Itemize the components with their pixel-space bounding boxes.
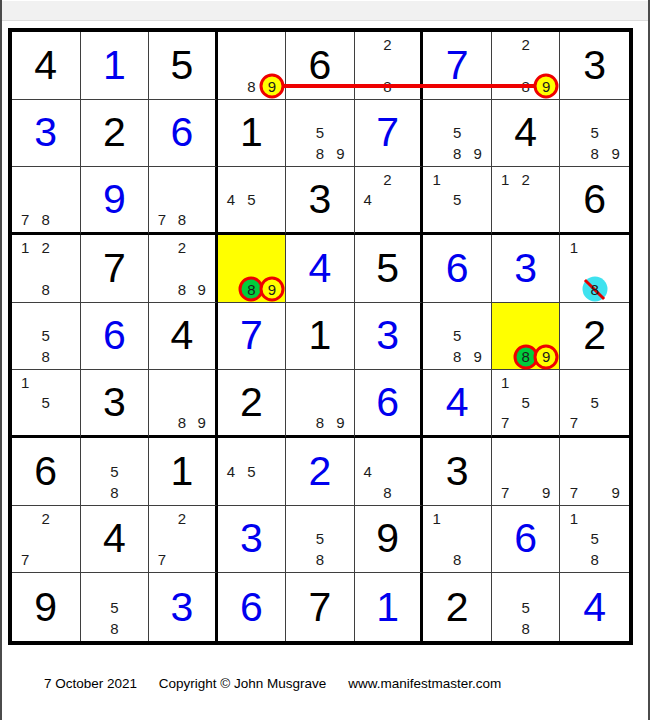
cell-r6c8[interactable]: 157 [492, 370, 561, 438]
given-digit: 4 [34, 45, 57, 86]
given-digit: 9 [34, 587, 57, 628]
candidate-digit: 9 [542, 348, 550, 365]
candidate-digit: 5 [591, 124, 599, 141]
candidate-digit: 8 [453, 348, 461, 365]
candidate-grid: 79 [495, 440, 557, 503]
candidate-digit: 9 [268, 78, 276, 95]
cell-r1c1[interactable]: 4 [12, 32, 81, 100]
cell-r4c8[interactable]: 3 [492, 235, 561, 303]
candidate-digit: 8 [42, 348, 50, 365]
candidate-8: 8 [104, 618, 125, 639]
cell-r4c3[interactable]: 289 [149, 235, 218, 303]
candidate-digit: 9 [268, 281, 276, 298]
candidate-digit: 8 [316, 414, 324, 431]
candidate-digit: 9 [336, 414, 344, 431]
candidate-digit: 5 [591, 530, 599, 547]
cell-r2c8[interactable]: 4 [492, 100, 561, 168]
cell-r6c9[interactable]: 57 [560, 370, 629, 438]
candidate-digit: 9 [473, 348, 481, 365]
solved-digit: 3 [34, 112, 57, 153]
solved-digit: 6 [103, 315, 126, 356]
solved-digit: 2 [309, 451, 332, 492]
given-digit: 6 [34, 451, 57, 492]
candidate-digit: 8 [591, 551, 599, 568]
candidate-digit: 8 [591, 281, 599, 298]
candidate-grid: 89 [495, 305, 557, 368]
given-digit: 5 [376, 248, 399, 289]
candidate-digit: 9 [473, 145, 481, 162]
cell-r8c4[interactable]: 3 [218, 506, 287, 574]
candidate-digit: 5 [316, 530, 324, 547]
candidate-9: 9 [536, 346, 557, 367]
candidate-8: 8 [310, 413, 331, 433]
solved-digit: 7 [446, 45, 469, 86]
candidate-digit: 8 [316, 551, 324, 568]
candidate-digit: 8 [591, 145, 599, 162]
candidate-7: 7 [152, 549, 172, 570]
candidate-8: 8 [584, 549, 605, 570]
candidate-digit: 8 [316, 145, 324, 162]
candidate-digit: 2 [178, 239, 186, 256]
candidate-8: 8 [310, 143, 331, 164]
solved-digit: 6 [170, 112, 193, 153]
cell-r4c7[interactable]: 6 [423, 235, 492, 303]
cell-r7c7[interactable]: 3 [423, 438, 492, 506]
candidate-digit: 2 [383, 36, 391, 53]
candidate-9: 9 [467, 143, 488, 164]
cell-r4c2[interactable]: 7 [81, 235, 150, 303]
candidate-grid: 289 [152, 237, 212, 300]
candidate-5: 5 [104, 597, 125, 618]
cell-r3c7[interactable]: 15 [423, 167, 492, 235]
window-top-bar [2, 1, 648, 21]
cell-r8c6[interactable]: 9 [355, 506, 424, 574]
candidate-9: 9 [330, 413, 351, 433]
candidate-digit: 8 [453, 551, 461, 568]
candidate-digit: 5 [521, 599, 529, 616]
candidate-8: 8 [447, 549, 468, 570]
cell-r2c3[interactable]: 6 [149, 100, 218, 168]
candidate-9: 9 [262, 76, 283, 97]
candidate-digit: 1 [501, 374, 509, 391]
candidate-9: 9 [192, 279, 212, 300]
candidate-grid: 89 [289, 372, 351, 433]
candidate-7: 7 [152, 210, 172, 230]
cell-r5c6[interactable]: 3 [355, 303, 424, 371]
candidate-digit: 7 [501, 484, 509, 501]
candidate-1: 1 [426, 508, 447, 529]
candidate-5: 5 [447, 190, 468, 210]
given-digit: 4 [514, 112, 537, 153]
cell-r5c1[interactable]: 58 [12, 303, 81, 371]
candidate-9: 9 [262, 279, 283, 300]
cell-r5c3[interactable]: 4 [149, 303, 218, 371]
cell-r5c2[interactable]: 6 [81, 303, 150, 371]
cell-r8c1[interactable]: 27 [12, 506, 81, 574]
candidate-digit: 8 [521, 620, 529, 637]
cell-r9c6[interactable]: 1 [355, 573, 424, 641]
solved-digit: 3 [376, 315, 399, 356]
candidate-digit: 8 [178, 414, 186, 431]
candidate-digit: 5 [247, 463, 255, 480]
candidate-digit: 1 [432, 510, 440, 527]
cell-r7c5[interactable]: 2 [286, 438, 355, 506]
cell-r2c7[interactable]: 589 [423, 100, 492, 168]
candidate-digit: 1 [21, 374, 29, 391]
candidate-digit: 8 [521, 348, 529, 365]
cell-r2c4[interactable]: 1 [218, 100, 287, 168]
candidate-7: 7 [495, 482, 516, 503]
given-digit: 2 [240, 382, 263, 423]
candidate-5: 5 [310, 123, 331, 144]
candidate-digit: 1 [570, 510, 578, 527]
cell-r6c5[interactable]: 89 [286, 370, 355, 438]
cell-r6c4[interactable]: 2 [218, 370, 287, 438]
solved-digit: 3 [170, 587, 193, 628]
cell-r6c2[interactable]: 3 [81, 370, 150, 438]
candidate-1: 1 [563, 508, 584, 529]
candidate-grid: 18 [563, 237, 626, 300]
candidate-8: 8 [172, 413, 192, 433]
footer-copyright: Copyright © John Musgrave [159, 676, 327, 691]
candidate-7: 7 [15, 549, 36, 570]
given-digit: 6 [583, 179, 606, 220]
cell-r2c2[interactable]: 2 [81, 100, 150, 168]
candidate-digit: 7 [158, 551, 166, 568]
candidate-2: 2 [172, 508, 192, 529]
candidate-digit: 8 [42, 211, 50, 228]
candidate-digit: 5 [453, 124, 461, 141]
cell-r8c3[interactable]: 27 [149, 506, 218, 574]
candidate-grid: 89 [221, 237, 283, 300]
cell-r4c4[interactable]: 89 [218, 235, 287, 303]
candidate-grid: 158 [563, 508, 626, 571]
candidate-5: 5 [241, 190, 262, 210]
cell-r8c5[interactable]: 58 [286, 506, 355, 574]
footer-date: 7 October 2021 [44, 676, 137, 691]
candidate-9: 9 [536, 482, 557, 503]
cell-r1c3[interactable]: 5 [149, 32, 218, 100]
given-digit: 3 [309, 179, 332, 220]
candidate-5: 5 [584, 529, 605, 550]
candidate-1: 1 [15, 237, 36, 258]
candidate-4: 4 [358, 461, 378, 482]
candidate-digit: 9 [198, 414, 206, 431]
candidate-grid: 24 [358, 169, 418, 230]
candidate-4: 4 [221, 190, 242, 210]
cell-r6c3[interactable]: 89 [149, 370, 218, 438]
candidate-digit: 8 [110, 484, 118, 501]
solved-digit: 9 [103, 179, 126, 220]
footer-website: www.manifestmaster.com [348, 676, 501, 691]
cell-r6c6[interactable]: 6 [355, 370, 424, 438]
candidate-5: 5 [515, 597, 536, 618]
candidate-8: 8 [378, 482, 398, 503]
candidate-digit: 9 [542, 484, 550, 501]
candidate-5: 5 [515, 393, 536, 413]
window-left-border [0, 0, 2, 720]
candidate-digit: 8 [42, 281, 50, 298]
candidate-digit: 9 [336, 145, 344, 162]
sudoku-board: 4158962872893326158975894589789784532415… [8, 28, 633, 645]
given-digit: 6 [309, 45, 332, 86]
candidate-8: 8 [584, 279, 605, 300]
solved-digit: 1 [376, 587, 399, 628]
candidate-grid: 589 [426, 102, 488, 165]
cell-r2c1[interactable]: 3 [12, 100, 81, 168]
cell-r9c2[interactable]: 58 [81, 573, 150, 641]
candidate-8: 8 [447, 143, 468, 164]
candidate-2: 2 [378, 169, 398, 189]
cell-r1c5[interactable]: 6 [286, 32, 355, 100]
candidate-9: 9 [536, 76, 557, 97]
candidate-grid: 18 [426, 508, 488, 571]
candidate-digit: 2 [42, 510, 50, 527]
candidate-digit: 9 [198, 281, 206, 298]
candidate-digit: 7 [570, 414, 578, 431]
candidate-grid: 57 [563, 372, 626, 433]
candidate-digit: 7 [21, 551, 29, 568]
given-digit: 3 [103, 382, 126, 423]
cell-r7c8[interactable]: 79 [492, 438, 561, 506]
cell-r6c7[interactable]: 4 [423, 370, 492, 438]
candidate-2: 2 [515, 34, 536, 55]
chain-link-line [272, 84, 546, 88]
candidate-digit: 4 [364, 463, 372, 480]
candidate-digit: 2 [383, 171, 391, 188]
cell-r3c1[interactable]: 78 [12, 167, 81, 235]
candidate-9: 9 [467, 346, 488, 367]
candidate-8: 8 [36, 346, 57, 367]
candidate-4: 4 [358, 190, 378, 210]
cell-r3c8[interactable]: 12 [492, 167, 561, 235]
candidate-grid: 89 [221, 34, 283, 97]
candidate-9: 9 [605, 143, 626, 164]
cell-r1c7[interactable]: 7 [423, 32, 492, 100]
cell-r7c1[interactable]: 6 [12, 438, 81, 506]
candidate-grid: 45 [221, 440, 283, 503]
cell-r1c9[interactable]: 3 [560, 32, 629, 100]
candidate-digit: 7 [501, 414, 509, 431]
cell-r7c2[interactable]: 58 [81, 438, 150, 506]
candidate-digit: 9 [611, 145, 619, 162]
candidate-digit: 8 [247, 78, 255, 95]
candidate-digit: 2 [178, 510, 186, 527]
candidate-grid: 58 [84, 575, 146, 639]
cell-r4c5[interactable]: 4 [286, 235, 355, 303]
candidate-grid: 78 [15, 169, 77, 230]
candidate-5: 5 [447, 326, 468, 347]
candidate-8: 8 [447, 346, 468, 367]
cell-r5c7[interactable]: 589 [423, 303, 492, 371]
candidate-5: 5 [310, 529, 331, 550]
footer-text: 7 October 2021 Copyright © John Musgrave… [44, 676, 501, 691]
cell-r3c3[interactable]: 78 [149, 167, 218, 235]
candidate-5: 5 [104, 461, 125, 482]
candidate-digit: 4 [227, 463, 235, 480]
candidate-grid: 15 [426, 169, 488, 230]
cell-r9c3[interactable]: 3 [149, 573, 218, 641]
candidate-2: 2 [515, 169, 536, 189]
solved-digit: 7 [240, 315, 263, 356]
candidate-grid: 89 [152, 372, 212, 433]
cell-r2c6[interactable]: 7 [355, 100, 424, 168]
cell-r4c9[interactable]: 18 [560, 235, 629, 303]
candidate-digit: 8 [453, 145, 461, 162]
given-digit: 4 [103, 518, 126, 559]
cell-r3c6[interactable]: 24 [355, 167, 424, 235]
candidate-7: 7 [15, 210, 36, 230]
given-digit: 7 [309, 587, 332, 628]
candidate-grid: 27 [152, 508, 212, 571]
candidate-digit: 2 [521, 36, 529, 53]
solved-digit: 6 [376, 382, 399, 423]
candidate-1: 1 [495, 169, 516, 189]
candidate-2: 2 [36, 508, 57, 529]
candidate-digit: 5 [591, 394, 599, 411]
given-digit: 1 [309, 315, 332, 356]
cell-r9c4[interactable]: 6 [218, 573, 287, 641]
cell-r7c4[interactable]: 45 [218, 438, 287, 506]
candidate-grid: 589 [426, 305, 488, 368]
given-digit: 4 [170, 315, 193, 356]
solved-digit: 3 [240, 518, 263, 559]
cell-r1c8[interactable]: 289 [492, 32, 561, 100]
candidate-digit: 5 [453, 327, 461, 344]
solved-digit: 7 [376, 112, 399, 153]
cell-r4c1[interactable]: 128 [12, 235, 81, 303]
cell-r5c9[interactable]: 2 [560, 303, 629, 371]
candidate-digit: 8 [110, 620, 118, 637]
candidate-grid: 45 [221, 169, 283, 230]
cell-r5c8[interactable]: 89 [492, 303, 561, 371]
candidate-7: 7 [563, 482, 584, 503]
candidate-8: 8 [515, 618, 536, 639]
candidate-digit: 5 [247, 191, 255, 208]
candidate-digit: 8 [383, 484, 391, 501]
candidate-1: 1 [563, 237, 584, 258]
cell-r3c5[interactable]: 3 [286, 167, 355, 235]
candidate-grid: 27 [15, 508, 77, 571]
candidate-grid: 79 [563, 440, 626, 503]
solved-digit: 6 [240, 587, 263, 628]
candidate-5: 5 [36, 326, 57, 347]
cell-r5c5[interactable]: 1 [286, 303, 355, 371]
candidate-digit: 7 [570, 484, 578, 501]
cell-r1c2[interactable]: 1 [81, 32, 150, 100]
candidate-digit: 5 [453, 191, 461, 208]
cell-r3c4[interactable]: 45 [218, 167, 287, 235]
given-digit: 2 [583, 315, 606, 356]
candidate-8: 8 [36, 279, 57, 300]
candidate-7: 7 [563, 413, 584, 433]
given-digit: 3 [446, 451, 469, 492]
cell-r8c9[interactable]: 158 [560, 506, 629, 574]
given-digit: 2 [446, 587, 469, 628]
candidate-digit: 5 [316, 124, 324, 141]
candidate-1: 1 [15, 372, 36, 392]
cell-r9c8[interactable]: 58 [492, 573, 561, 641]
cell-r9c5[interactable]: 7 [286, 573, 355, 641]
cell-r1c4[interactable]: 89 [218, 32, 287, 100]
candidate-2: 2 [36, 237, 57, 258]
cell-r3c9[interactable]: 6 [560, 167, 629, 235]
solved-digit: 6 [446, 248, 469, 289]
solved-digit: 4 [583, 587, 606, 628]
cell-r3c2[interactable]: 9 [81, 167, 150, 235]
candidate-grid: 589 [289, 102, 351, 165]
cell-r7c3[interactable]: 1 [149, 438, 218, 506]
candidate-grid: 58 [495, 575, 557, 639]
candidate-grid: 157 [495, 372, 557, 433]
candidate-9: 9 [330, 143, 351, 164]
candidate-8: 8 [584, 143, 605, 164]
candidate-digit: 7 [21, 211, 29, 228]
cell-r8c8[interactable]: 6 [492, 506, 561, 574]
candidate-grid: 78 [152, 169, 212, 230]
candidate-5: 5 [36, 393, 57, 413]
cell-r8c7[interactable]: 18 [423, 506, 492, 574]
candidate-digit: 4 [364, 191, 372, 208]
cell-r2c5[interactable]: 589 [286, 100, 355, 168]
candidate-8: 8 [36, 210, 57, 230]
cell-r9c9[interactable]: 4 [560, 573, 629, 641]
given-digit: 2 [103, 112, 126, 153]
cell-r5c4[interactable]: 7 [218, 303, 287, 371]
candidate-2: 2 [172, 237, 192, 258]
candidate-7: 7 [495, 413, 516, 433]
given-digit: 1 [240, 112, 263, 153]
candidate-grid: 128 [15, 237, 77, 300]
cell-r2c9[interactable]: 589 [560, 100, 629, 168]
candidate-8: 8 [172, 279, 192, 300]
candidate-digit: 7 [158, 211, 166, 228]
cell-r9c1[interactable]: 9 [12, 573, 81, 641]
cell-r7c6[interactable]: 48 [355, 438, 424, 506]
candidate-digit: 1 [570, 239, 578, 256]
candidate-digit: 8 [247, 281, 255, 298]
candidate-digit: 5 [42, 327, 50, 344]
candidate-4: 4 [221, 461, 242, 482]
candidate-9: 9 [605, 482, 626, 503]
cell-r7c9[interactable]: 79 [560, 438, 629, 506]
cell-r4c6[interactable]: 5 [355, 235, 424, 303]
candidate-grid: 58 [15, 305, 77, 368]
cell-r6c1[interactable]: 15 [12, 370, 81, 438]
solved-digit: 6 [514, 518, 537, 559]
given-digit: 1 [170, 451, 193, 492]
candidate-digit: 5 [42, 394, 50, 411]
solved-digit: 4 [309, 248, 332, 289]
candidate-digit: 9 [542, 78, 550, 95]
candidate-digit: 1 [501, 171, 509, 188]
cell-r1c6[interactable]: 28 [355, 32, 424, 100]
cell-r9c7[interactable]: 2 [423, 573, 492, 641]
solved-digit: 1 [103, 45, 126, 86]
candidate-1: 1 [495, 372, 516, 392]
cell-r8c2[interactable]: 4 [81, 506, 150, 574]
candidate-grid: 58 [84, 440, 146, 503]
given-digit: 9 [376, 518, 399, 559]
candidate-digit: 5 [521, 394, 529, 411]
candidate-5: 5 [584, 393, 605, 413]
candidate-grid: 48 [358, 440, 418, 503]
solved-digit: 3 [514, 248, 537, 289]
candidate-grid: 589 [563, 102, 626, 165]
candidate-grid: 58 [289, 508, 351, 571]
candidate-grid: 15 [15, 372, 77, 433]
candidate-2: 2 [378, 34, 398, 55]
